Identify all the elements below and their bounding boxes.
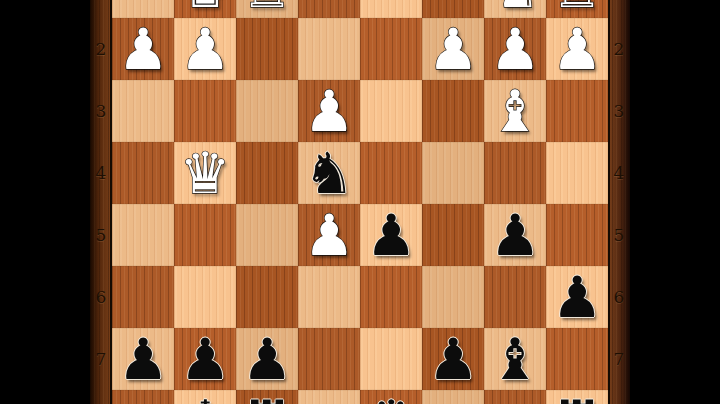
square-e2 [298, 18, 360, 80]
square-c7 [422, 328, 484, 390]
square-d6 [360, 266, 422, 328]
square-f2 [236, 18, 298, 80]
square-g2 [174, 18, 236, 80]
square-a6 [546, 266, 608, 328]
rank-label-right-2: 2 [608, 18, 630, 80]
square-f7 [236, 328, 298, 390]
rank-label-right-4: 4 [608, 142, 630, 204]
square-g7 [174, 328, 236, 390]
square-h5 [112, 204, 174, 266]
square-g3 [174, 80, 236, 142]
square-h7 [112, 328, 174, 390]
square-b8 [484, 390, 546, 404]
square-c8 [422, 390, 484, 404]
square-c4 [422, 142, 484, 204]
square-h8 [112, 390, 174, 404]
square-f6 [236, 266, 298, 328]
square-e4 [298, 142, 360, 204]
square-g8 [174, 390, 236, 404]
square-g6 [174, 266, 236, 328]
square-f4 [236, 142, 298, 204]
rank-label-right-3: 3 [608, 80, 630, 142]
square-g5 [174, 204, 236, 266]
square-c3 [422, 80, 484, 142]
rank-label-right-7: 7 [608, 328, 630, 390]
square-f8 [236, 390, 298, 404]
square-d1 [360, 0, 422, 18]
square-a1 [546, 0, 608, 18]
square-e1 [298, 0, 360, 18]
square-f5 [236, 204, 298, 266]
rank-label-right-6: 6 [608, 266, 630, 328]
square-d8 [360, 390, 422, 404]
square-b1 [484, 0, 546, 18]
rank-label-left-4: 4 [90, 142, 112, 204]
chess-board-frame: ♚♜♞♜♟♟♟♟♟♟♝♛♟♞♟♟♟♟♟♟♟♝♚♜♛♜ 223344556677 [90, 0, 630, 404]
square-c2 [422, 18, 484, 80]
square-c5 [422, 204, 484, 266]
square-a7 [546, 328, 608, 390]
square-b7 [484, 328, 546, 390]
rank-label-right-5: 5 [608, 204, 630, 266]
square-d5 [360, 204, 422, 266]
video-letterbox-stage: ♚♜♞♜♟♟♟♟♟♟♝♛♟♞♟♟♟♟♟♟♟♝♚♜♛♜ 223344556677 [0, 0, 720, 404]
square-b2 [484, 18, 546, 80]
square-e5 [298, 204, 360, 266]
square-e8 [298, 390, 360, 404]
square-a3 [546, 80, 608, 142]
square-e7 [298, 328, 360, 390]
square-a4 [546, 142, 608, 204]
rank-label-left-3: 3 [90, 80, 112, 142]
square-b6 [484, 266, 546, 328]
square-e6 [298, 266, 360, 328]
rank-label-left-7: 7 [90, 328, 112, 390]
square-d3 [360, 80, 422, 142]
square-h3 [112, 80, 174, 142]
square-e3 [298, 80, 360, 142]
square-h1 [112, 0, 174, 18]
square-h6 [112, 266, 174, 328]
rank-label-left-6: 6 [90, 266, 112, 328]
rank-label-left-2: 2 [90, 18, 112, 80]
square-h4 [112, 142, 174, 204]
square-d7 [360, 328, 422, 390]
square-b4 [484, 142, 546, 204]
square-d4 [360, 142, 422, 204]
square-f1 [236, 0, 298, 18]
square-c6 [422, 266, 484, 328]
square-d2 [360, 18, 422, 80]
square-c1 [422, 0, 484, 18]
square-a5 [546, 204, 608, 266]
square-f3 [236, 80, 298, 142]
square-g4 [174, 142, 236, 204]
square-a8 [546, 390, 608, 404]
square-h2 [112, 18, 174, 80]
square-g1 [174, 0, 236, 18]
square-a2 [546, 18, 608, 80]
square-b3 [484, 80, 546, 142]
board-grid [112, 0, 608, 404]
rank-label-left-5: 5 [90, 204, 112, 266]
square-b5 [484, 204, 546, 266]
